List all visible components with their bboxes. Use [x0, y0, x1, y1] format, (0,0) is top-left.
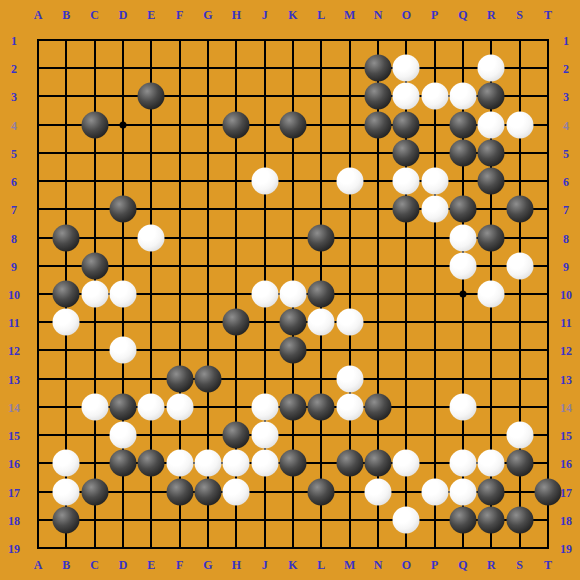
white-stone-O18 [393, 506, 420, 533]
column-label-top-S: S [516, 8, 523, 23]
column-label-bottom-F: F [176, 558, 183, 573]
black-stone-D14 [110, 393, 137, 420]
row-label-right-19: 19 [560, 542, 572, 557]
white-stone-D12 [110, 337, 137, 364]
row-label-right-6: 6 [563, 175, 569, 190]
column-label-top-P: P [431, 8, 438, 23]
column-label-bottom-O: O [402, 558, 411, 573]
row-label-right-9: 9 [563, 259, 569, 274]
black-stone-K12 [280, 337, 307, 364]
black-stone-F13 [166, 365, 193, 392]
black-stone-M16 [336, 450, 363, 477]
row-label-left-5: 5 [11, 146, 17, 161]
row-label-left-2: 2 [11, 62, 17, 77]
black-stone-K16 [280, 450, 307, 477]
white-stone-E8 [138, 224, 165, 251]
column-label-top-F: F [176, 8, 183, 23]
row-label-right-3: 3 [563, 90, 569, 105]
white-stone-M13 [336, 365, 363, 392]
column-label-top-J: J [262, 8, 268, 23]
black-stone-N16 [365, 450, 392, 477]
black-stone-R5 [478, 139, 505, 166]
column-label-top-N: N [374, 8, 383, 23]
black-stone-Q7 [450, 196, 477, 223]
white-stone-P6 [421, 168, 448, 195]
black-stone-K11 [280, 309, 307, 336]
row-label-right-11: 11 [560, 316, 571, 331]
column-label-top-C: C [90, 8, 99, 23]
white-stone-R4 [478, 111, 505, 138]
white-stone-Q8 [450, 224, 477, 251]
black-stone-L17 [308, 478, 335, 505]
row-label-left-15: 15 [8, 429, 20, 444]
white-stone-R16 [478, 450, 505, 477]
row-label-right-4: 4 [563, 118, 569, 133]
column-label-top-L: L [317, 8, 325, 23]
black-stone-B10 [53, 281, 80, 308]
column-label-bottom-P: P [431, 558, 438, 573]
row-label-right-14: 14 [560, 400, 572, 415]
row-label-right-10: 10 [560, 288, 572, 303]
column-label-bottom-C: C [90, 558, 99, 573]
black-stone-E16 [138, 450, 165, 477]
column-label-top-R: R [487, 8, 496, 23]
column-label-top-H: H [232, 8, 241, 23]
black-stone-N2 [365, 55, 392, 82]
row-label-left-7: 7 [11, 203, 17, 218]
white-stone-P17 [421, 478, 448, 505]
column-label-bottom-N: N [374, 558, 383, 573]
column-label-top-E: E [147, 8, 155, 23]
white-stone-S9 [506, 252, 533, 279]
white-stone-J10 [251, 281, 278, 308]
white-stone-O3 [393, 83, 420, 110]
column-label-bottom-G: G [203, 558, 212, 573]
black-stone-G13 [195, 365, 222, 392]
black-stone-D16 [110, 450, 137, 477]
black-stone-O5 [393, 139, 420, 166]
black-stone-B18 [53, 506, 80, 533]
black-stone-O4 [393, 111, 420, 138]
column-label-top-Q: Q [458, 8, 467, 23]
white-stone-P3 [421, 83, 448, 110]
black-stone-S16 [506, 450, 533, 477]
black-stone-H11 [223, 309, 250, 336]
white-stone-M6 [336, 168, 363, 195]
column-label-bottom-R: R [487, 558, 496, 573]
row-label-right-8: 8 [563, 231, 569, 246]
grid-horizontal-line-13 [37, 378, 549, 380]
row-label-right-2: 2 [563, 62, 569, 77]
black-stone-D7 [110, 196, 137, 223]
row-label-right-1: 1 [563, 34, 569, 49]
white-stone-Q9 [450, 252, 477, 279]
row-label-left-6: 6 [11, 175, 17, 190]
black-stone-N14 [365, 393, 392, 420]
black-stone-S18 [506, 506, 533, 533]
column-label-bottom-T: T [544, 558, 552, 573]
black-stone-F17 [166, 478, 193, 505]
star-point-D4 [120, 121, 127, 128]
column-label-top-O: O [402, 8, 411, 23]
row-label-right-18: 18 [560, 513, 572, 528]
column-label-bottom-A: A [34, 558, 43, 573]
column-label-bottom-M: M [344, 558, 355, 573]
black-stone-N4 [365, 111, 392, 138]
row-label-left-12: 12 [8, 344, 20, 359]
white-stone-S4 [506, 111, 533, 138]
column-label-bottom-E: E [147, 558, 155, 573]
column-label-top-G: G [203, 8, 212, 23]
black-stone-K4 [280, 111, 307, 138]
grid-horizontal-line-19 [37, 547, 549, 549]
black-stone-E3 [138, 83, 165, 110]
white-stone-J16 [251, 450, 278, 477]
white-stone-P7 [421, 196, 448, 223]
black-stone-K14 [280, 393, 307, 420]
row-label-right-16: 16 [560, 457, 572, 472]
black-stone-C4 [81, 111, 108, 138]
column-label-bottom-B: B [62, 558, 70, 573]
white-stone-G16 [195, 450, 222, 477]
white-stone-C14 [81, 393, 108, 420]
row-label-left-11: 11 [8, 316, 19, 331]
black-stone-C9 [81, 252, 108, 279]
column-label-top-B: B [62, 8, 70, 23]
white-stone-R2 [478, 55, 505, 82]
column-label-bottom-L: L [317, 558, 325, 573]
white-stone-H17 [223, 478, 250, 505]
black-stone-S7 [506, 196, 533, 223]
white-stone-J15 [251, 422, 278, 449]
column-label-top-K: K [288, 8, 297, 23]
white-stone-L11 [308, 309, 335, 336]
column-label-bottom-J: J [262, 558, 268, 573]
white-stone-N17 [365, 478, 392, 505]
black-stone-T17 [535, 478, 562, 505]
white-stone-Q16 [450, 450, 477, 477]
black-stone-L8 [308, 224, 335, 251]
black-stone-G17 [195, 478, 222, 505]
white-stone-D10 [110, 281, 137, 308]
column-label-bottom-H: H [232, 558, 241, 573]
row-label-left-8: 8 [11, 231, 17, 246]
row-label-left-14: 14 [8, 400, 20, 415]
column-label-bottom-S: S [516, 558, 523, 573]
white-stone-J6 [251, 168, 278, 195]
white-stone-Q17 [450, 478, 477, 505]
black-stone-R17 [478, 478, 505, 505]
column-label-top-T: T [544, 8, 552, 23]
black-stone-B8 [53, 224, 80, 251]
black-stone-H15 [223, 422, 250, 449]
white-stone-M11 [336, 309, 363, 336]
row-label-left-9: 9 [11, 259, 17, 274]
white-stone-B17 [53, 478, 80, 505]
black-stone-Q5 [450, 139, 477, 166]
go-board[interactable]: AABBCCDDEEFFGGHHJJKKLLMMNNOOPPQQRRSSTT11… [0, 0, 580, 580]
row-label-left-1: 1 [11, 34, 17, 49]
black-stone-Q4 [450, 111, 477, 138]
column-label-top-M: M [344, 8, 355, 23]
row-label-left-18: 18 [8, 513, 20, 528]
grid-vertical-line-T [547, 39, 549, 549]
white-stone-S15 [506, 422, 533, 449]
black-stone-C17 [81, 478, 108, 505]
white-stone-E14 [138, 393, 165, 420]
white-stone-D15 [110, 422, 137, 449]
white-stone-F16 [166, 450, 193, 477]
white-stone-C10 [81, 281, 108, 308]
white-stone-Q14 [450, 393, 477, 420]
white-stone-F14 [166, 393, 193, 420]
white-stone-M14 [336, 393, 363, 420]
black-stone-R6 [478, 168, 505, 195]
row-label-left-10: 10 [8, 288, 20, 303]
column-label-bottom-Q: Q [458, 558, 467, 573]
black-stone-H4 [223, 111, 250, 138]
row-label-left-17: 17 [8, 485, 20, 500]
row-label-right-13: 13 [560, 372, 572, 387]
grid-vertical-line-P [434, 39, 436, 549]
white-stone-Q3 [450, 83, 477, 110]
black-stone-N3 [365, 83, 392, 110]
row-label-left-19: 19 [8, 542, 20, 557]
white-stone-K10 [280, 281, 307, 308]
row-label-right-15: 15 [560, 429, 572, 444]
black-stone-O7 [393, 196, 420, 223]
row-label-left-4: 4 [11, 118, 17, 133]
row-label-left-3: 3 [11, 90, 17, 105]
column-label-bottom-K: K [288, 558, 297, 573]
row-label-left-16: 16 [8, 457, 20, 472]
black-stone-L14 [308, 393, 335, 420]
black-stone-R8 [478, 224, 505, 251]
white-stone-O6 [393, 168, 420, 195]
row-label-right-12: 12 [560, 344, 572, 359]
row-label-right-17: 17 [560, 485, 572, 500]
black-stone-Q18 [450, 506, 477, 533]
column-label-bottom-D: D [119, 558, 128, 573]
column-label-top-D: D [119, 8, 128, 23]
black-stone-L10 [308, 281, 335, 308]
white-stone-B16 [53, 450, 80, 477]
row-label-left-13: 13 [8, 372, 20, 387]
white-stone-J14 [251, 393, 278, 420]
white-stone-R10 [478, 281, 505, 308]
star-point-Q10 [460, 291, 467, 298]
white-stone-O16 [393, 450, 420, 477]
black-stone-R3 [478, 83, 505, 110]
row-label-right-5: 5 [563, 146, 569, 161]
column-label-top-A: A [34, 8, 43, 23]
black-stone-R18 [478, 506, 505, 533]
row-label-right-7: 7 [563, 203, 569, 218]
white-stone-O2 [393, 55, 420, 82]
white-stone-B11 [53, 309, 80, 336]
white-stone-H16 [223, 450, 250, 477]
